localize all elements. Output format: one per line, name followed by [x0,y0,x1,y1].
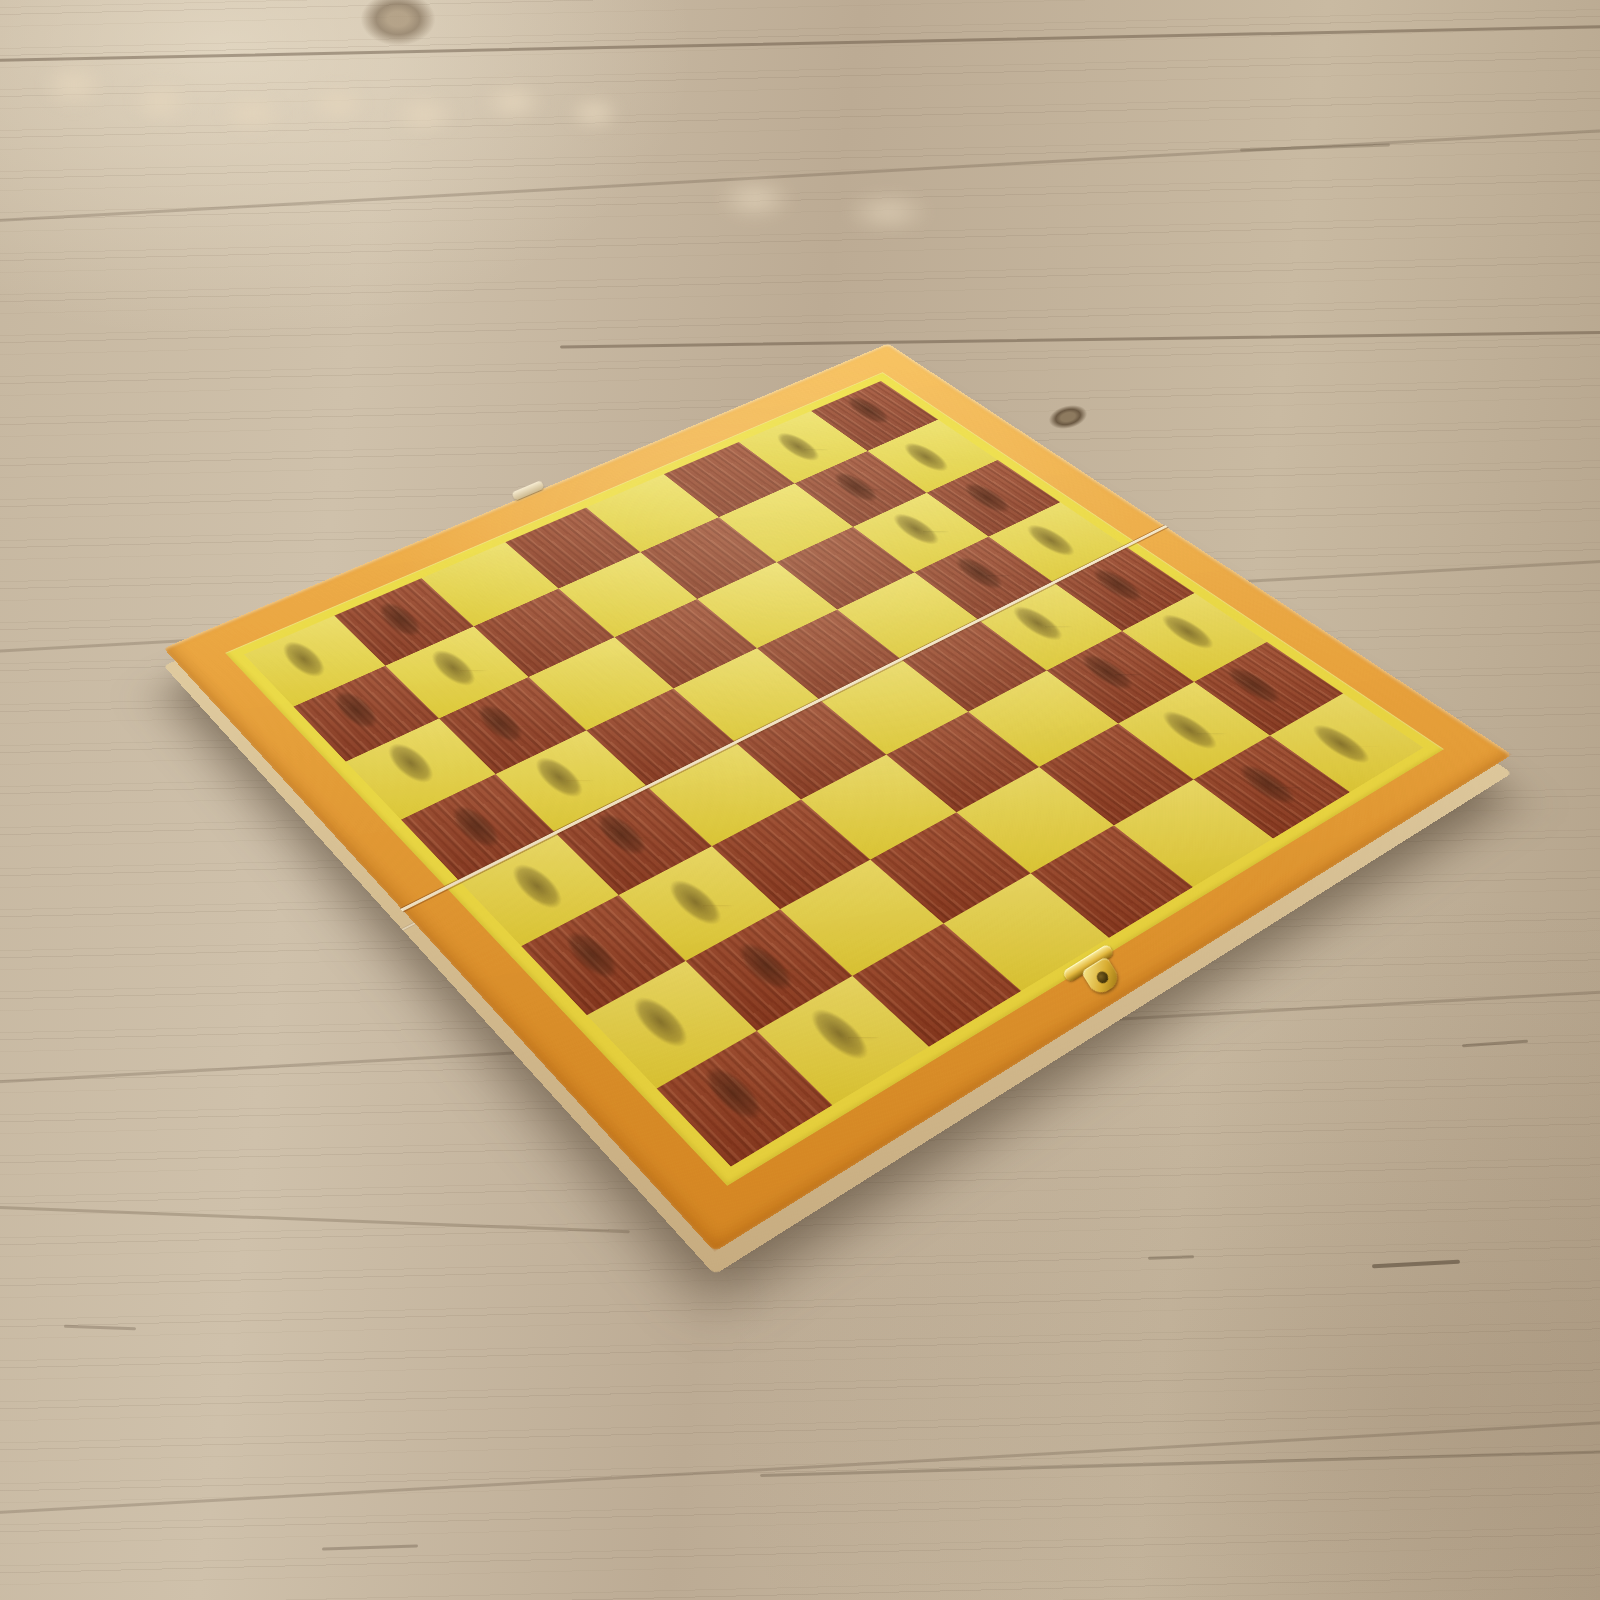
black-rook-glyph: ♜ [1349,746,1441,848]
board-3d-scene: ♜♞♝♛♚♝♞♜♟♟♟♟♟♟♟♟♟♟♟♟♟♟♟♟♜♞♝♚♛♝♞♜ [0,0,1600,1600]
brass-clasp-hole [1095,969,1111,985]
pieces-layer: ♜♞♝♛♚♝♞♜♟♟♟♟♟♟♟♟♟♟♟♟♟♟♟♟♜♞♝♚♛♝♞♜ [164,344,1512,1252]
chess-board: ♜♞♝♛♚♝♞♜♟♟♟♟♟♟♟♟♟♟♟♟♟♟♟♟♜♞♝♚♛♝♞♜ [164,344,1512,1252]
